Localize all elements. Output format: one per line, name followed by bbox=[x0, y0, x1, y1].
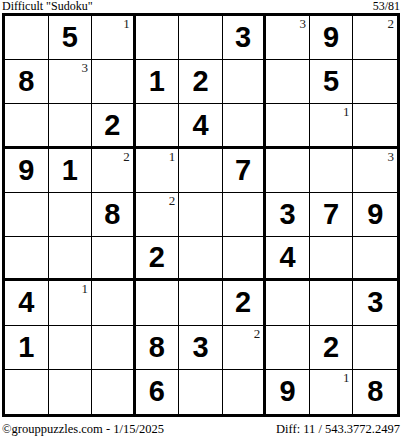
cell-r2c5[interactable]: 2 bbox=[179, 60, 223, 104]
pencil-mark: 1 bbox=[343, 105, 350, 118]
given-digit: 4 bbox=[192, 111, 208, 140]
given-digit: 8 bbox=[367, 377, 383, 406]
pencil-mark: 1 bbox=[123, 17, 130, 30]
given-digit: 8 bbox=[18, 67, 34, 96]
cell-r8c5[interactable]: 3 bbox=[179, 326, 223, 370]
given-digit: 9 bbox=[367, 200, 383, 229]
given-digit: 6 bbox=[149, 377, 165, 406]
cell-r1c5[interactable] bbox=[179, 16, 223, 60]
cell-r2c7[interactable] bbox=[266, 60, 310, 104]
cell-r8c3[interactable] bbox=[92, 326, 136, 370]
page-header: Difficult "Sudoku" 53/81 bbox=[0, 0, 402, 13]
cell-r6c2[interactable] bbox=[49, 237, 93, 281]
cell-r5c8[interactable]: 7 bbox=[310, 193, 354, 237]
given-digit: 1 bbox=[62, 156, 78, 185]
cell-r9c3[interactable] bbox=[92, 370, 136, 414]
given-digit: 1 bbox=[18, 333, 34, 362]
cell-r2c4[interactable]: 1 bbox=[136, 60, 180, 104]
given-digit: 3 bbox=[280, 200, 296, 229]
cell-r8c6[interactable]: 2 bbox=[223, 326, 267, 370]
cell-r5c2[interactable] bbox=[49, 193, 93, 237]
given-digit: 3 bbox=[367, 288, 383, 317]
cell-r9c4[interactable]: 6 bbox=[136, 370, 180, 414]
pencil-mark: 2 bbox=[388, 17, 395, 30]
cell-r6c7[interactable]: 4 bbox=[266, 237, 310, 281]
cell-r3c4[interactable] bbox=[136, 104, 180, 148]
given-digit: 3 bbox=[235, 23, 251, 52]
cell-r5c9[interactable]: 9 bbox=[353, 193, 397, 237]
cell-r3c7[interactable] bbox=[266, 104, 310, 148]
cell-r1c4[interactable] bbox=[136, 16, 180, 60]
cell-r5c5[interactable] bbox=[179, 193, 223, 237]
cell-r8c7[interactable] bbox=[266, 326, 310, 370]
cell-r4c8[interactable] bbox=[310, 149, 354, 193]
progress-counter: 53/81 bbox=[373, 0, 400, 12]
given-digit: 2 bbox=[235, 288, 251, 317]
pencil-mark: 1 bbox=[169, 150, 176, 163]
cell-r8c9[interactable] bbox=[353, 326, 397, 370]
cell-r9c8[interactable]: 1 bbox=[310, 370, 354, 414]
given-digit: 3 bbox=[192, 333, 208, 362]
cell-r4c4[interactable]: 1 bbox=[136, 149, 180, 193]
cell-r9c1[interactable] bbox=[5, 370, 49, 414]
given-digit: 5 bbox=[62, 23, 78, 52]
given-digit: 8 bbox=[149, 333, 165, 362]
cell-r5c3[interactable]: 8 bbox=[92, 193, 136, 237]
cell-r2c6[interactable] bbox=[223, 60, 267, 104]
given-digit: 5 bbox=[323, 67, 339, 96]
cell-r5c1[interactable] bbox=[5, 193, 49, 237]
cell-r5c7[interactable]: 3 bbox=[266, 193, 310, 237]
given-digit: 1 bbox=[149, 67, 165, 96]
cell-r9c9[interactable]: 8 bbox=[353, 370, 397, 414]
cell-r3c6[interactable] bbox=[223, 104, 267, 148]
given-digit: 2 bbox=[149, 243, 165, 272]
pencil-mark: 2 bbox=[169, 194, 176, 207]
pencil-mark: 3 bbox=[388, 150, 395, 163]
pencil-mark: 2 bbox=[123, 150, 130, 163]
cell-r2c9[interactable] bbox=[353, 60, 397, 104]
cell-r3c5[interactable]: 4 bbox=[179, 104, 223, 148]
pencil-mark: 1 bbox=[82, 282, 89, 295]
sudoku-grid: 5133928312524191217382379244123183226918 bbox=[2, 13, 400, 417]
cell-r7c2[interactable]: 1 bbox=[49, 281, 93, 325]
cell-r4c3[interactable]: 2 bbox=[92, 149, 136, 193]
cell-r8c4[interactable]: 8 bbox=[136, 326, 180, 370]
cell-r1c8[interactable]: 9 bbox=[310, 16, 354, 60]
pencil-mark: 1 bbox=[343, 371, 350, 384]
cell-r3c9[interactable] bbox=[353, 104, 397, 148]
cell-r7c5[interactable] bbox=[179, 281, 223, 325]
cell-r6c9[interactable] bbox=[353, 237, 397, 281]
cell-r9c7[interactable]: 9 bbox=[266, 370, 310, 414]
cell-r6c1[interactable] bbox=[5, 237, 49, 281]
difficulty-rating: Diff: 11 / 543.3772.2497 bbox=[276, 422, 400, 436]
given-digit: 4 bbox=[18, 288, 34, 317]
cell-r7c1[interactable]: 4 bbox=[5, 281, 49, 325]
cell-r4c7[interactable] bbox=[266, 149, 310, 193]
cell-r6c4[interactable]: 2 bbox=[136, 237, 180, 281]
cell-r7c8[interactable] bbox=[310, 281, 354, 325]
cell-r3c2[interactable] bbox=[49, 104, 93, 148]
cell-r8c2[interactable] bbox=[49, 326, 93, 370]
cell-r4c9[interactable]: 3 bbox=[353, 149, 397, 193]
cell-r1c2[interactable]: 5 bbox=[49, 16, 93, 60]
cell-r2c1[interactable]: 8 bbox=[5, 60, 49, 104]
cell-r6c3[interactable] bbox=[92, 237, 136, 281]
given-digit: 2 bbox=[323, 333, 339, 362]
cell-r1c1[interactable] bbox=[5, 16, 49, 60]
cell-r2c2[interactable]: 3 bbox=[49, 60, 93, 104]
cell-r1c3[interactable]: 1 bbox=[92, 16, 136, 60]
cell-r1c7[interactable]: 3 bbox=[266, 16, 310, 60]
given-digit: 7 bbox=[235, 156, 251, 185]
cell-r3c1[interactable] bbox=[5, 104, 49, 148]
cell-r1c9[interactable]: 2 bbox=[353, 16, 397, 60]
cell-r5c4[interactable]: 2 bbox=[136, 193, 180, 237]
given-digit: 9 bbox=[18, 156, 34, 185]
cell-r4c6[interactable]: 7 bbox=[223, 149, 267, 193]
given-digit: 9 bbox=[323, 23, 339, 52]
cell-r9c6[interactable] bbox=[223, 370, 267, 414]
cell-r8c8[interactable]: 2 bbox=[310, 326, 354, 370]
cell-r9c5[interactable] bbox=[179, 370, 223, 414]
cell-r7c6[interactable]: 2 bbox=[223, 281, 267, 325]
cell-r9c2[interactable] bbox=[49, 370, 93, 414]
pencil-mark: 2 bbox=[254, 327, 261, 340]
cell-r7c4[interactable] bbox=[136, 281, 180, 325]
cell-r2c3[interactable] bbox=[92, 60, 136, 104]
cell-r4c5[interactable] bbox=[179, 149, 223, 193]
cell-r5c6[interactable] bbox=[223, 193, 267, 237]
page-title: Difficult "Sudoku" bbox=[2, 0, 93, 12]
cell-r7c7[interactable] bbox=[266, 281, 310, 325]
cell-r6c5[interactable] bbox=[179, 237, 223, 281]
pencil-mark: 3 bbox=[82, 61, 89, 74]
cell-r1c6[interactable]: 3 bbox=[223, 16, 267, 60]
given-digit: 8 bbox=[104, 200, 120, 229]
cell-r7c9[interactable]: 3 bbox=[353, 281, 397, 325]
given-digit: 4 bbox=[280, 243, 296, 272]
copyright-text: ©grouppuzzles.com - 1/15/2025 bbox=[2, 422, 164, 436]
given-digit: 7 bbox=[323, 200, 339, 229]
given-digit: 2 bbox=[192, 67, 208, 96]
cell-r4c2[interactable]: 1 bbox=[49, 149, 93, 193]
cell-r4c1[interactable]: 9 bbox=[5, 149, 49, 193]
given-digit: 9 bbox=[280, 377, 296, 406]
cell-r3c8[interactable]: 1 bbox=[310, 104, 354, 148]
cell-r6c8[interactable] bbox=[310, 237, 354, 281]
cell-r6c6[interactable] bbox=[223, 237, 267, 281]
given-digit: 2 bbox=[104, 111, 120, 140]
cell-r2c8[interactable]: 5 bbox=[310, 60, 354, 104]
cell-r3c3[interactable]: 2 bbox=[92, 104, 136, 148]
pencil-mark: 3 bbox=[299, 17, 306, 30]
page-footer: ©grouppuzzles.com - 1/15/2025 Diff: 11 /… bbox=[0, 422, 402, 436]
sudoku-page: Difficult "Sudoku" 53/81 513392831252419… bbox=[0, 0, 402, 437]
cell-r8c1[interactable]: 1 bbox=[5, 326, 49, 370]
cell-r7c3[interactable] bbox=[92, 281, 136, 325]
